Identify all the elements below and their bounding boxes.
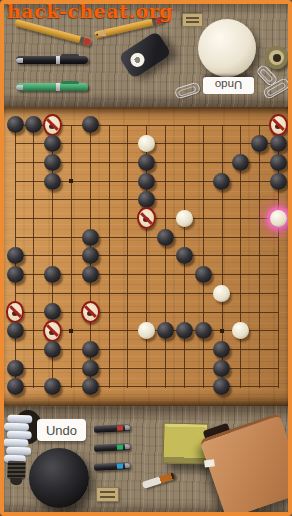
black-stone [44,173,61,190]
intersection[interactable] [250,377,269,396]
intersection[interactable] [81,153,100,172]
intersection[interactable] [175,209,194,228]
intersection[interactable] [156,321,175,340]
intersection[interactable] [175,284,194,303]
intersection[interactable] [213,209,232,228]
green-pen-icon [16,83,88,91]
intersection[interactable] [118,321,137,340]
black-stone [138,191,155,208]
intersection[interactable] [6,265,25,284]
intersection[interactable] [213,172,232,191]
intersection[interactable] [213,359,232,378]
intersection[interactable] [213,303,232,322]
intersection[interactable] [62,321,81,340]
intersection[interactable] [62,134,81,153]
intersection[interactable] [213,340,232,359]
intersection[interactable] [137,321,156,340]
intersection[interactable] [118,190,137,209]
intersection[interactable] [81,359,100,378]
intersection[interactable] [43,359,62,378]
white-stone [232,322,249,339]
intersection[interactable] [194,340,213,359]
intersection[interactable] [81,377,100,396]
intersection[interactable] [118,228,137,247]
intersection[interactable] [118,340,137,359]
black-stone [44,154,61,171]
intersection[interactable] [62,377,81,396]
intersection[interactable] [231,134,250,153]
paper-clip-icon [174,81,201,99]
black-stone [82,266,99,283]
black-stone [157,322,174,339]
intersection[interactable] [213,228,232,247]
black-stone [251,135,268,152]
intersection[interactable] [194,116,213,135]
white-stone [213,285,230,302]
intersection[interactable] [175,134,194,153]
black-stone [213,360,230,377]
tape-roll-inner [128,50,147,69]
intersection[interactable] [250,321,269,340]
intersection[interactable] [118,303,137,322]
intersection[interactable] [156,209,175,228]
intersection[interactable] [231,247,250,266]
board-intersections [6,116,288,397]
intersection[interactable] [175,377,194,396]
intersection[interactable] [194,209,213,228]
pen-band [56,83,60,91]
intersection[interactable] [62,265,81,284]
intersection[interactable] [175,153,194,172]
intersection[interactable] [24,377,43,396]
intersection[interactable] [137,172,156,191]
intersection[interactable] [175,265,194,284]
intersection[interactable] [62,247,81,266]
intersection[interactable] [213,134,232,153]
intersection[interactable] [231,321,250,340]
intersection[interactable] [250,134,269,153]
intersection[interactable] [43,134,62,153]
intersection[interactable] [213,190,232,209]
intersection[interactable] [269,359,288,378]
intersection[interactable] [100,265,119,284]
intersection[interactable] [43,153,62,172]
intersection[interactable] [100,116,119,135]
intersection[interactable] [6,116,25,135]
black-stone [25,116,42,133]
intersection[interactable] [62,153,81,172]
intersection[interactable] [6,228,25,247]
intersection[interactable] [6,340,25,359]
tape-dispenser-icon [118,31,172,80]
intersection[interactable] [250,190,269,209]
black-stone [157,229,174,246]
intersection[interactable] [250,228,269,247]
intersection[interactable] [100,247,119,266]
intersection[interactable] [118,116,137,135]
intersection[interactable] [100,228,119,247]
intersection[interactable] [269,321,288,340]
intersection[interactable] [250,340,269,359]
undo-button-top[interactable]: Undo [203,77,254,94]
intersection[interactable] [100,321,119,340]
intersection[interactable] [175,247,194,266]
pen-clip [61,81,79,84]
intersection[interactable] [62,116,81,135]
watermark-text: hack-cheat.org [7,0,173,22]
intersection[interactable] [81,228,100,247]
pencil-eraser [83,37,92,46]
white-stone [138,322,155,339]
black-stone [44,341,61,358]
intersection[interactable] [43,209,62,228]
intersection[interactable] [24,359,43,378]
intersection[interactable] [100,172,119,191]
intersection[interactable] [137,134,156,153]
intersection[interactable] [43,247,62,266]
intersection[interactable] [43,303,62,322]
intersection[interactable] [194,303,213,322]
intersection[interactable] [100,377,119,396]
intersection[interactable] [100,303,119,322]
undo-button[interactable]: Undo [37,419,86,441]
forbidden-move-icon [269,114,288,136]
black-stone [7,322,24,339]
gomoku-board [0,107,292,406]
intersection[interactable] [175,228,194,247]
intersection[interactable] [194,190,213,209]
forbidden-move-icon [43,320,62,342]
pencil-icon [14,19,91,46]
intersection[interactable] [24,116,43,135]
intersection[interactable] [100,190,119,209]
marker-green-icon [94,443,130,452]
tape-roll-icon [265,46,288,69]
intersection[interactable] [175,321,194,340]
intersection[interactable] [269,265,288,284]
intersection[interactable] [118,284,137,303]
intersection[interactable] [118,359,137,378]
intersection[interactable] [43,377,62,396]
intersection[interactable] [231,172,250,191]
intersection[interactable] [213,116,232,135]
star-point [69,179,73,183]
intersection[interactable] [24,228,43,247]
intersection[interactable] [43,228,62,247]
intersection[interactable] [231,284,250,303]
intersection[interactable] [175,340,194,359]
intersection[interactable] [156,172,175,191]
intersection[interactable] [81,209,100,228]
intersection[interactable] [62,340,81,359]
intersection[interactable] [137,303,156,322]
intersection[interactable] [175,303,194,322]
intersection[interactable] [43,284,62,303]
intersection[interactable] [24,340,43,359]
intersection[interactable] [250,116,269,135]
intersection[interactable] [231,359,250,378]
intersection[interactable] [269,228,288,247]
paper-slip [204,459,215,467]
black-stone [44,303,61,320]
intersection[interactable] [213,247,232,266]
intersection[interactable] [137,359,156,378]
intersection[interactable] [43,190,62,209]
folder-icon [198,409,292,516]
intersection[interactable] [24,247,43,266]
intersection[interactable] [100,340,119,359]
intersection[interactable] [269,172,288,191]
intersection[interactable] [156,265,175,284]
intersection[interactable] [137,377,156,396]
intersection[interactable] [118,265,137,284]
intersection[interactable] [175,172,194,191]
intersection[interactable] [62,284,81,303]
black-stone [176,247,193,264]
intersection[interactable] [231,228,250,247]
white-stone-last-move [270,210,287,227]
intersection[interactable] [231,209,250,228]
intersection[interactable] [156,116,175,135]
black-stone [270,135,287,152]
black-stone [176,322,193,339]
pen-tip [16,58,23,63]
intersection[interactable] [269,134,288,153]
intersection[interactable] [250,209,269,228]
black-stone [82,360,99,377]
intersection[interactable] [6,377,25,396]
intersection[interactable] [231,303,250,322]
intersection[interactable] [6,284,25,303]
intersection[interactable] [24,284,43,303]
intersection[interactable] [6,134,25,153]
black-stone [195,266,212,283]
intersection[interactable] [175,359,194,378]
supplies-tag [96,487,119,502]
intersection[interactable] [81,321,100,340]
bottom-desk-tray: Undo [0,406,292,516]
intersection[interactable] [81,247,100,266]
black-stone [270,154,287,171]
black-stone [82,116,99,133]
intersection[interactable] [156,190,175,209]
intersection[interactable] [231,340,250,359]
intersection[interactable] [156,359,175,378]
intersection[interactable] [118,377,137,396]
intersection[interactable] [175,116,194,135]
intersection[interactable] [137,190,156,209]
black-stone-bowl [29,448,89,508]
black-stone [213,378,230,395]
pen-tip [16,85,23,90]
gomoku-app: Undo Undo [0,0,292,516]
intersection[interactable] [43,321,62,340]
intersection[interactable] [194,228,213,247]
black-stone [7,266,24,283]
intersection[interactable] [81,284,100,303]
intersection[interactable] [269,153,288,172]
intersection[interactable] [6,190,25,209]
intersection[interactable] [250,153,269,172]
intersection[interactable] [250,265,269,284]
cigarette-icon [142,472,176,489]
intersection[interactable] [6,321,25,340]
intersection[interactable] [269,190,288,209]
intersection[interactable] [250,303,269,322]
intersection[interactable] [231,190,250,209]
intersection[interactable] [156,340,175,359]
intersection[interactable] [43,265,62,284]
intersection[interactable] [62,172,81,191]
intersection[interactable] [269,340,288,359]
intersection[interactable] [269,284,288,303]
forbidden-move-icon [81,301,100,323]
intersection[interactable] [118,153,137,172]
intersection[interactable] [62,303,81,322]
intersection[interactable] [156,284,175,303]
intersection[interactable] [24,209,43,228]
intersection[interactable] [6,172,25,191]
intersection[interactable] [81,190,100,209]
intersection[interactable] [194,377,213,396]
intersection[interactable] [156,303,175,322]
black-stone [213,341,230,358]
intersection[interactable] [194,321,213,340]
intersection[interactable] [231,153,250,172]
black-stone [138,154,155,171]
intersection[interactable] [24,303,43,322]
intersection[interactable] [213,265,232,284]
intersection[interactable] [62,209,81,228]
intersection[interactable] [156,228,175,247]
intersection[interactable] [6,247,25,266]
intersection[interactable] [6,359,25,378]
intersection[interactable] [100,153,119,172]
intersection[interactable] [81,172,100,191]
intersection[interactable] [24,265,43,284]
intersection[interactable] [43,172,62,191]
intersection[interactable] [194,359,213,378]
intersection[interactable] [62,228,81,247]
intersection[interactable] [269,247,288,266]
intersection[interactable] [137,340,156,359]
intersection[interactable] [24,190,43,209]
intersection[interactable] [137,116,156,135]
black-stone [82,247,99,264]
pen-band [56,56,60,64]
star-point [220,329,224,333]
intersection[interactable] [250,247,269,266]
black-stone [44,135,61,152]
intersection[interactable] [24,172,43,191]
intersection[interactable] [194,247,213,266]
intersection[interactable] [100,134,119,153]
intersection[interactable] [156,153,175,172]
star-point [69,329,73,333]
intersection[interactable] [231,377,250,396]
intersection[interactable] [81,265,100,284]
marker-blue-icon [94,462,130,471]
intersection[interactable] [81,116,100,135]
intersection[interactable] [269,116,288,135]
intersection[interactable] [231,265,250,284]
intersection[interactable] [156,247,175,266]
intersection[interactable] [24,153,43,172]
black-stone [195,322,212,339]
intersection[interactable] [194,284,213,303]
intersection[interactable] [118,247,137,266]
intersection[interactable] [194,134,213,153]
intersection[interactable] [100,359,119,378]
intersection[interactable] [81,134,100,153]
black-stone [82,378,99,395]
black-pen-icon [16,56,88,64]
supplies-tag [182,13,203,27]
intersection[interactable] [213,321,232,340]
intersection[interactable] [137,247,156,266]
black-stone [44,266,61,283]
intersection[interactable] [6,303,25,322]
intersection[interactable] [194,172,213,191]
intersection[interactable] [137,209,156,228]
intersection[interactable] [137,265,156,284]
intersection[interactable] [194,153,213,172]
intersection[interactable] [156,377,175,396]
intersection[interactable] [137,228,156,247]
intersection[interactable] [81,340,100,359]
intersection[interactable] [250,172,269,191]
intersection[interactable] [6,153,25,172]
black-stone [44,378,61,395]
pen-clip [61,54,79,57]
intersection[interactable] [118,209,137,228]
intersection[interactable] [62,190,81,209]
intersection[interactable] [43,116,62,135]
intersection[interactable] [62,359,81,378]
intersection[interactable] [213,284,232,303]
intersection[interactable] [175,190,194,209]
intersection[interactable] [118,134,137,153]
intersection[interactable] [250,359,269,378]
intersection[interactable] [43,340,62,359]
intersection[interactable] [100,284,119,303]
black-stone [82,341,99,358]
intersection[interactable] [156,134,175,153]
intersection[interactable] [269,209,288,228]
intersection[interactable] [194,265,213,284]
white-stone [176,210,193,227]
intersection[interactable] [213,153,232,172]
intersection[interactable] [24,134,43,153]
intersection[interactable] [231,116,250,135]
intersection[interactable] [269,303,288,322]
black-stone [270,173,287,190]
intersection[interactable] [213,377,232,396]
marker-red-icon [94,424,130,433]
intersection[interactable] [250,284,269,303]
intersection[interactable] [24,321,43,340]
intersection[interactable] [6,209,25,228]
bulb-contact-tip [10,478,22,485]
intersection[interactable] [137,284,156,303]
intersection[interactable] [81,303,100,322]
intersection[interactable] [118,172,137,191]
forbidden-move-icon [43,114,62,136]
intersection[interactable] [137,153,156,172]
black-stone [213,173,230,190]
intersection[interactable] [269,377,288,396]
intersection[interactable] [100,209,119,228]
